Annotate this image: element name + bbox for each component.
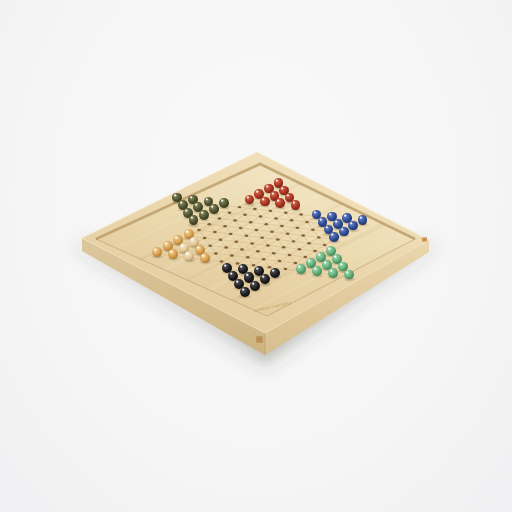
hole-r6-c3[interactable]	[233, 219, 237, 221]
hole-r10-c2[interactable]	[208, 244, 212, 247]
hole-r5-c2[interactable]	[212, 210, 216, 212]
hole-r12-c6[interactable]	[252, 264, 256, 267]
hole-r6-c9[interactable]	[327, 230, 331, 232]
hole-r8-c7[interactable]	[307, 242, 311, 244]
hole-r7-c7[interactable]	[301, 234, 305, 236]
hole-r10-c9[interactable]	[319, 258, 323, 260]
hole-r4-c4[interactable]	[238, 206, 242, 208]
hole-r7-c2[interactable]	[223, 225, 227, 227]
hole-r9-c8[interactable]	[313, 250, 317, 252]
hole-r11-c8[interactable]	[294, 262, 298, 264]
hole-r5-c7[interactable]	[290, 219, 294, 221]
hole-r10-c3[interactable]	[224, 246, 228, 248]
hole-r12-c10[interactable]	[315, 272, 319, 274]
hole-r12-c4[interactable]	[220, 260, 224, 263]
hole-r4-c5[interactable]	[253, 208, 257, 210]
hole-r8-c3[interactable]	[245, 235, 249, 237]
hole-r11-c10[interactable]	[325, 265, 329, 267]
hole-r11-c3[interactable]	[214, 252, 218, 255]
brand-stamp-front-icon	[257, 337, 262, 342]
hole-r6-c10[interactable]	[342, 232, 346, 234]
hole-r5-c4[interactable]	[243, 213, 247, 215]
hole-r4-c7[interactable]	[284, 212, 288, 214]
hole-r7-c9[interactable]	[333, 238, 337, 240]
hole-r4-c12[interactable]	[361, 221, 365, 223]
hole-r8-c8[interactable]	[323, 244, 327, 246]
hole-r11-c1[interactable]	[182, 249, 186, 252]
hole-r11-c0[interactable]	[166, 247, 170, 250]
hole-r9-c4[interactable]	[250, 242, 254, 244]
hole-r3-c1[interactable]	[263, 202, 267, 204]
hole-r11-c4[interactable]	[230, 254, 234, 257]
hole-r8-c5[interactable]	[276, 238, 280, 240]
hole-r7-c8[interactable]	[317, 236, 321, 238]
hole-r5-c10[interactable]	[336, 225, 340, 227]
hole-r9-c7[interactable]	[298, 248, 302, 250]
hole-r8-c4[interactable]	[260, 236, 264, 238]
hole-r6-c8[interactable]	[311, 229, 315, 231]
hole-r3-c2[interactable]	[278, 204, 282, 206]
hole-r14-c2[interactable]	[263, 280, 267, 283]
hole-r4-c2[interactable]	[207, 202, 211, 204]
hole-r14-c0[interactable]	[231, 276, 235, 279]
hole-r10-c4[interactable]	[240, 248, 244, 250]
hole-r8-c6[interactable]	[292, 240, 296, 242]
hole-r9-c1[interactable]	[203, 237, 207, 239]
hole-r11-c6[interactable]	[262, 258, 266, 260]
hole-r8-c2[interactable]	[229, 233, 233, 235]
hole-r5-c6[interactable]	[274, 217, 278, 219]
hole-r11-c11[interactable]	[341, 267, 345, 269]
hole-r2-c1[interactable]	[273, 197, 277, 199]
hole-r4-c10[interactable]	[330, 217, 334, 219]
hole-r5-c3[interactable]	[228, 212, 232, 214]
hole-r4-c9[interactable]	[315, 215, 319, 217]
hole-r13-c1[interactable]	[241, 270, 245, 273]
hole-r16-c0[interactable]	[243, 293, 247, 296]
hole-r10-c1[interactable]	[192, 243, 196, 246]
hole-r0-c0[interactable]	[277, 184, 281, 186]
hole-r9-c6[interactable]	[282, 246, 286, 248]
hole-r8-c0[interactable]	[197, 229, 201, 231]
hole-r10-c8[interactable]	[303, 256, 307, 258]
hole-r11-c7[interactable]	[278, 260, 282, 262]
hole-r12-c8[interactable]	[284, 268, 288, 271]
hole-r11-c2[interactable]	[198, 250, 202, 253]
hole-r4-c11[interactable]	[345, 219, 349, 221]
hole-r5-c5[interactable]	[259, 215, 263, 217]
hole-r12-c3[interactable]	[204, 258, 208, 261]
hole-r4-c8[interactable]	[299, 213, 303, 215]
hole-r11-c5[interactable]	[246, 256, 250, 259]
hole-r13-c3[interactable]	[274, 274, 278, 277]
hole-r4-c3[interactable]	[222, 204, 226, 206]
hole-r2-c2[interactable]	[288, 198, 292, 200]
hole-r3-c3[interactable]	[294, 206, 298, 208]
hole-r1-c0[interactable]	[267, 189, 271, 191]
hole-r4-c1[interactable]	[191, 200, 195, 202]
hole-r12-c5[interactable]	[236, 262, 240, 265]
hole-r6-c2[interactable]	[218, 217, 222, 219]
hole-r12-c7[interactable]	[268, 266, 272, 269]
hole-r9-c9[interactable]	[329, 252, 333, 254]
hole-r13-c2[interactable]	[258, 272, 262, 275]
hole-r6-c7[interactable]	[296, 227, 300, 229]
hole-r15-c1[interactable]	[253, 286, 257, 289]
hole-r7-c6[interactable]	[286, 232, 290, 234]
hole-r6-c6[interactable]	[280, 225, 284, 227]
hole-r6-c1[interactable]	[202, 215, 206, 217]
hole-r7-c1[interactable]	[207, 223, 211, 225]
hole-r4-c6[interactable]	[269, 210, 273, 212]
hole-r11-c9[interactable]	[309, 264, 313, 266]
hole-r15-c0[interactable]	[237, 284, 241, 287]
hole-r5-c1[interactable]	[196, 208, 200, 210]
hole-r7-c3[interactable]	[239, 227, 243, 229]
hole-r5-c0[interactable]	[181, 206, 185, 208]
hole-r12-c9[interactable]	[300, 270, 304, 272]
hole-r12-c0[interactable]	[155, 253, 159, 256]
hole-r12-c11[interactable]	[331, 273, 335, 275]
brand-stamp-right-icon	[422, 238, 426, 241]
hole-r8-c1[interactable]	[213, 231, 217, 233]
hole-r7-c0[interactable]	[192, 221, 196, 223]
hole-r5-c8[interactable]	[305, 221, 309, 223]
hole-r9-c3[interactable]	[234, 240, 238, 242]
hole-r10-c0[interactable]	[176, 241, 180, 244]
hole-r9-c2[interactable]	[219, 239, 223, 241]
hole-r1-c1[interactable]	[282, 191, 286, 193]
hole-r10-c5[interactable]	[256, 250, 260, 252]
hole-r5-c9[interactable]	[321, 223, 325, 225]
hole-r10-c10[interactable]	[335, 259, 339, 261]
hole-r2-c0[interactable]	[257, 195, 261, 197]
hole-r14-c1[interactable]	[247, 278, 251, 281]
hole-r10-c7[interactable]	[288, 254, 292, 256]
hole-r5-c11[interactable]	[351, 226, 355, 228]
hole-r9-c5[interactable]	[266, 244, 270, 246]
hole-r10-c6[interactable]	[272, 252, 276, 254]
hole-r9-c0[interactable]	[187, 235, 191, 237]
hole-r7-c4[interactable]	[255, 229, 259, 231]
photo-scene: CHINESE CHECKERS	[0, 0, 512, 512]
chinese-checkers-board: CHINESE CHECKERS	[0, 0, 512, 512]
hole-r6-c4[interactable]	[249, 221, 253, 223]
hole-r6-c0[interactable]	[186, 214, 190, 216]
hole-r13-c0[interactable]	[225, 268, 229, 271]
hole-r12-c2[interactable]	[188, 257, 192, 260]
hole-r6-c5[interactable]	[264, 223, 268, 225]
hole-r7-c5[interactable]	[270, 231, 274, 233]
hole-r3-c0[interactable]	[248, 200, 252, 202]
hole-r12-c1[interactable]	[171, 255, 175, 258]
